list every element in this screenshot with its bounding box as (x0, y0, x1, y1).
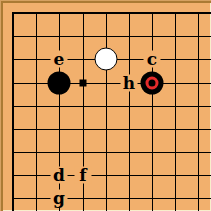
board-continues-right-edge (210, 3, 211, 211)
board-left-bevel-inner (1, 1, 3, 211)
horizontal-grid-line (12, 198, 211, 199)
vertical-grid-line (12, 12, 14, 211)
point-label-d: d (51, 167, 68, 184)
horizontal-grid-line (12, 36, 211, 37)
horizontal-grid-line (12, 83, 211, 84)
point-label-e: e (51, 51, 68, 68)
horizontal-grid-line (12, 12, 211, 14)
go-board-diagram: echdfg (0, 0, 211, 211)
vertical-grid-line (175, 12, 176, 211)
point-label-f: f (75, 167, 92, 184)
vertical-grid-line (36, 12, 37, 211)
vertical-grid-line (129, 12, 130, 211)
board-continues-bottom-edge (3, 210, 211, 211)
vertical-grid-line (106, 12, 107, 211)
horizontal-grid-line (12, 129, 211, 130)
marked-black-stone (141, 72, 164, 95)
board-top-bevel-inner (0, 1, 211, 3)
horizontal-grid-line (12, 175, 211, 176)
horizontal-grid-line (12, 152, 211, 153)
point-label-c: c (144, 51, 161, 68)
circle-marker-icon (146, 77, 159, 90)
white-stone (95, 48, 118, 71)
horizontal-grid-line (12, 106, 211, 107)
vertical-grid-line (198, 12, 199, 211)
vertical-grid-line (152, 12, 153, 211)
hoshi-square-marker (80, 80, 87, 87)
point-label-g: g (51, 190, 68, 207)
point-label-h: h (121, 75, 138, 92)
black-stone (48, 72, 71, 95)
